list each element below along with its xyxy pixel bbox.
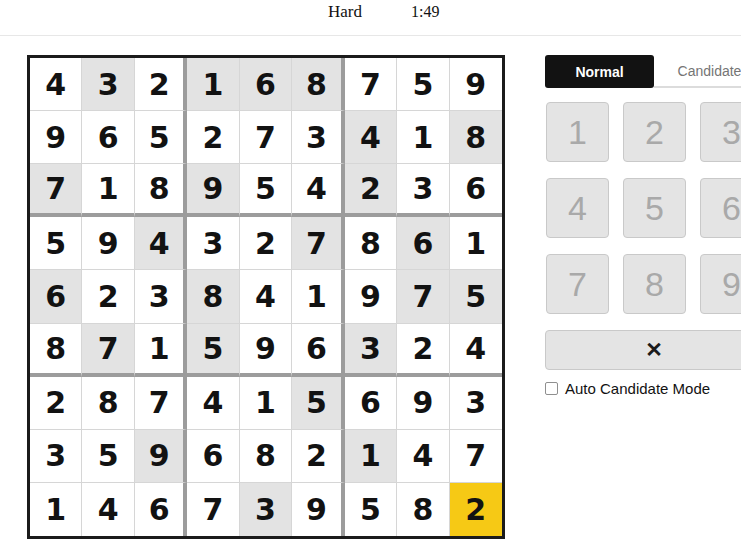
cell-r6c3[interactable]: 1: [135, 324, 187, 377]
cell-r2c3[interactable]: 5: [135, 111, 187, 164]
cell-r5c9[interactable]: 5: [450, 270, 502, 323]
tab-candidate[interactable]: Candidate: [654, 55, 741, 88]
cell-r3c4[interactable]: 9: [187, 164, 239, 217]
header-divider: [0, 35, 741, 36]
cell-r8c1[interactable]: 3: [30, 430, 82, 483]
cell-r3c3[interactable]: 8: [135, 164, 187, 217]
cell-r5c8[interactable]: 7: [397, 270, 449, 323]
cell-r1c8[interactable]: 5: [397, 58, 449, 111]
auto-candidate-label: Auto Candidate Mode: [565, 380, 710, 397]
cell-r8c2[interactable]: 5: [82, 430, 134, 483]
cell-r7c4[interactable]: 4: [187, 377, 239, 430]
digit-2-button[interactable]: 2: [623, 102, 686, 162]
cell-r7c5[interactable]: 1: [240, 377, 292, 430]
cell-r7c3[interactable]: 7: [135, 377, 187, 430]
cell-r4c1[interactable]: 5: [30, 217, 82, 270]
cell-r4c8[interactable]: 6: [397, 217, 449, 270]
cell-r7c9[interactable]: 3: [450, 377, 502, 430]
cell-r6c6[interactable]: 6: [292, 324, 344, 377]
cell-r8c9[interactable]: 7: [450, 430, 502, 483]
cell-r8c3[interactable]: 9: [135, 430, 187, 483]
cell-r3c1[interactable]: 7: [30, 164, 82, 217]
cell-r9c5[interactable]: 3: [240, 483, 292, 536]
cell-r2c7[interactable]: 4: [345, 111, 397, 164]
cell-r6c9[interactable]: 4: [450, 324, 502, 377]
cell-r6c2[interactable]: 7: [82, 324, 134, 377]
digit-9-button[interactable]: 9: [700, 254, 741, 314]
timer: 1:49: [411, 3, 439, 21]
cell-r6c7[interactable]: 3: [345, 324, 397, 377]
difficulty-label: Hard: [328, 2, 362, 22]
cell-r2c9[interactable]: 8: [450, 111, 502, 164]
cell-r4c3[interactable]: 4: [135, 217, 187, 270]
cell-r3c9[interactable]: 6: [450, 164, 502, 217]
cell-r5c6[interactable]: 1: [292, 270, 344, 323]
cell-r7c7[interactable]: 6: [345, 377, 397, 430]
sudoku-board: 4321687599652734187189542365943278616238…: [27, 55, 505, 539]
cell-r5c1[interactable]: 6: [30, 270, 82, 323]
cell-r9c1[interactable]: 1: [30, 483, 82, 536]
cell-r7c1[interactable]: 2: [30, 377, 82, 430]
delete-x-icon: ✕: [645, 338, 663, 362]
cell-r9c2[interactable]: 4: [82, 483, 134, 536]
cell-r8c5[interactable]: 8: [240, 430, 292, 483]
cell-r4c5[interactable]: 2: [240, 217, 292, 270]
cell-r5c3[interactable]: 3: [135, 270, 187, 323]
digit-1-button[interactable]: 1: [546, 102, 609, 162]
cell-r8c6[interactable]: 2: [292, 430, 344, 483]
cell-r1c1[interactable]: 4: [30, 58, 82, 111]
digit-3-button[interactable]: 3: [700, 102, 741, 162]
cell-r5c2[interactable]: 2: [82, 270, 134, 323]
cell-r2c2[interactable]: 6: [82, 111, 134, 164]
cell-r1c7[interactable]: 7: [345, 58, 397, 111]
cell-r4c7[interactable]: 8: [345, 217, 397, 270]
cell-r2c1[interactable]: 9: [30, 111, 82, 164]
digit-8-button[interactable]: 8: [623, 254, 686, 314]
cell-r2c4[interactable]: 2: [187, 111, 239, 164]
cell-r5c7[interactable]: 9: [345, 270, 397, 323]
cell-r4c6[interactable]: 7: [292, 217, 344, 270]
cell-r6c5[interactable]: 9: [240, 324, 292, 377]
cell-r7c6[interactable]: 5: [292, 377, 344, 430]
cell-r3c2[interactable]: 1: [82, 164, 134, 217]
cell-r5c5[interactable]: 4: [240, 270, 292, 323]
cell-r6c4[interactable]: 5: [187, 324, 239, 377]
cell-r1c6[interactable]: 8: [292, 58, 344, 111]
digit-6-button[interactable]: 6: [700, 178, 741, 238]
cell-r4c2[interactable]: 9: [82, 217, 134, 270]
sudoku-app: Hard 1:49 432168759965273418718954236594…: [0, 0, 741, 543]
cell-r6c1[interactable]: 8: [30, 324, 82, 377]
cell-r2c6[interactable]: 3: [292, 111, 344, 164]
cell-r1c3[interactable]: 2: [135, 58, 187, 111]
cell-r9c4[interactable]: 7: [187, 483, 239, 536]
tab-normal-label: Normal: [575, 64, 623, 80]
cell-r7c2[interactable]: 8: [82, 377, 134, 430]
cell-r9c8[interactable]: 8: [397, 483, 449, 536]
tab-normal[interactable]: Normal: [545, 55, 654, 88]
cell-r7c8[interactable]: 9: [397, 377, 449, 430]
auto-candidate-mode[interactable]: Auto Candidate Mode: [545, 380, 710, 397]
cell-r6c8[interactable]: 2: [397, 324, 449, 377]
delete-button[interactable]: ✕: [545, 330, 741, 370]
cell-r1c2[interactable]: 3: [82, 58, 134, 111]
cell-r2c5[interactable]: 7: [240, 111, 292, 164]
tab-candidate-label: Candidate: [678, 63, 741, 79]
digit-5-button[interactable]: 5: [623, 178, 686, 238]
cell-r5c4[interactable]: 8: [187, 270, 239, 323]
auto-candidate-checkbox[interactable]: [545, 382, 558, 395]
digit-4-button[interactable]: 4: [546, 178, 609, 238]
cell-r8c7[interactable]: 1: [345, 430, 397, 483]
cell-r8c4[interactable]: 6: [187, 430, 239, 483]
cell-r1c4[interactable]: 1: [187, 58, 239, 111]
cell-r2c8[interactable]: 1: [397, 111, 449, 164]
cell-r8c8[interactable]: 4: [397, 430, 449, 483]
cell-r9c3[interactable]: 6: [135, 483, 187, 536]
digit-7-button[interactable]: 7: [546, 254, 609, 314]
cell-r4c4[interactable]: 3: [187, 217, 239, 270]
cell-r3c8[interactable]: 3: [397, 164, 449, 217]
cell-r3c5[interactable]: 5: [240, 164, 292, 217]
cell-r4c9[interactable]: 1: [450, 217, 502, 270]
cell-r9c6[interactable]: 9: [292, 483, 344, 536]
cell-r3c6[interactable]: 4: [292, 164, 344, 217]
cell-r9c7[interactable]: 5: [345, 483, 397, 536]
cell-r1c5[interactable]: 6: [240, 58, 292, 111]
cell-r9c9[interactable]: 2: [450, 483, 502, 536]
cell-r1c9[interactable]: 9: [450, 58, 502, 111]
cell-r3c7[interactable]: 2: [345, 164, 397, 217]
